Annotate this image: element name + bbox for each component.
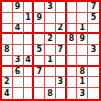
cell-r9c5-given: 8 [45,88,56,99]
sudoku-board: 9371954212898573341678231483 [0,0,101,101]
cell-r2c4-given: 9 [34,13,45,24]
cell-r5c1-given: 8 [2,45,13,56]
cell-r7c6-empty[interactable] [56,67,67,78]
cell-r5c3-empty[interactable] [24,45,35,56]
cell-r5c5-empty[interactable] [45,45,56,56]
cell-r3c2-given: 4 [13,24,24,35]
cell-r8c5-empty[interactable] [45,77,56,88]
cell-r6c7-empty[interactable] [67,56,78,67]
cell-r9c8-given: 3 [77,88,88,99]
cell-r2c6-empty[interactable] [56,13,67,24]
cell-r7c1-empty[interactable] [2,67,13,78]
cell-r2c3-given: 1 [24,13,35,24]
cell-r8c2-empty[interactable] [13,77,24,88]
cell-r3c4-empty[interactable] [34,24,45,35]
cell-r4c2-empty[interactable] [13,34,24,45]
cell-r9c2-empty[interactable] [13,88,24,99]
cell-r8c6-given: 3 [56,77,67,88]
cell-r8c3-empty[interactable] [24,77,35,88]
cell-r1c1-empty[interactable] [2,2,13,13]
cell-r9c3-empty[interactable] [24,88,35,99]
cell-r7c4-given: 7 [34,67,45,78]
cell-r4c4-empty[interactable] [34,34,45,45]
cell-r7c8-given: 8 [77,67,88,78]
cell-r2c8-empty[interactable] [77,13,88,24]
cell-r7c7-empty[interactable] [67,67,78,78]
cell-r1c5-given: 3 [45,2,56,13]
cell-r8c8-given: 1 [77,77,88,88]
cell-r6c1-empty[interactable] [2,56,13,67]
cell-r3c5-empty[interactable] [45,24,56,35]
cell-r7c5-empty[interactable] [45,67,56,78]
cell-r5c2-empty[interactable] [13,45,24,56]
cell-r1c6-empty[interactable] [56,2,67,13]
cell-r3c7-empty[interactable] [67,24,78,35]
cell-r1c9-given: 7 [88,2,99,13]
cell-r4c8-given: 9 [77,34,88,45]
cell-r3c6-given: 2 [56,24,67,35]
cell-r6c2-given: 3 [13,56,24,67]
cell-r2c2-empty[interactable] [13,13,24,24]
cell-r7c2-given: 6 [13,67,24,78]
cell-r3c9-empty[interactable] [88,24,99,35]
cell-r6c5-given: 1 [45,56,56,67]
cell-r1c2-given: 9 [13,2,24,13]
cell-r2c7-empty[interactable] [67,13,78,24]
cell-r6c3-given: 4 [24,56,35,67]
cell-r1c8-empty[interactable] [77,2,88,13]
cell-r4c3-empty[interactable] [24,34,35,45]
cell-r2c9-given: 5 [88,13,99,24]
cell-r2c5-empty[interactable] [45,13,56,24]
cell-r4c1-empty[interactable] [2,34,13,45]
cell-r7c3-empty[interactable] [24,67,35,78]
cell-r6c9-empty[interactable] [88,56,99,67]
cell-r1c4-empty[interactable] [34,2,45,13]
cell-r3c3-empty[interactable] [24,24,35,35]
cell-r5c4-given: 5 [34,45,45,56]
cell-r3c8-given: 1 [77,24,88,35]
cell-r9c7-empty[interactable] [67,88,78,99]
cell-r3c1-empty[interactable] [2,24,13,35]
cell-r4c6-empty[interactable] [56,34,67,45]
cell-r4c7-given: 8 [67,34,78,45]
cell-r6c6-empty[interactable] [56,56,67,67]
cell-r2c1-empty[interactable] [2,13,13,24]
cell-r5c6-given: 7 [56,45,67,56]
cell-r8c1-given: 2 [2,77,13,88]
cell-r5c7-empty[interactable] [67,45,78,56]
cell-r9c4-empty[interactable] [34,88,45,99]
cell-r5c9-given: 3 [88,45,99,56]
cell-r6c4-empty[interactable] [34,56,45,67]
cell-r7c9-empty[interactable] [88,67,99,78]
cell-r8c9-empty[interactable] [88,77,99,88]
cell-r8c4-empty[interactable] [34,77,45,88]
cell-r8c7-empty[interactable] [67,77,78,88]
cell-r9c6-empty[interactable] [56,88,67,99]
cell-r9c1-given: 4 [2,88,13,99]
cell-r9c9-empty[interactable] [88,88,99,99]
cell-r1c7-empty[interactable] [67,2,78,13]
cell-r5c8-empty[interactable] [77,45,88,56]
cell-r4c5-given: 2 [45,34,56,45]
cell-r6c8-empty[interactable] [77,56,88,67]
cell-r4c9-empty[interactable] [88,34,99,45]
cell-r1c3-empty[interactable] [24,2,35,13]
